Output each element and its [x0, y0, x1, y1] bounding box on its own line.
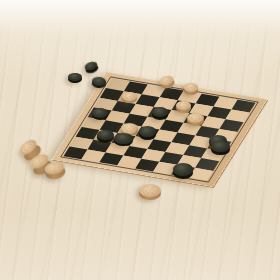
checker-piece-dark[interactable]	[211, 141, 230, 155]
checker-piece-dark[interactable]	[139, 126, 157, 139]
checker-piece-dark[interactable]	[92, 108, 108, 120]
checker-piece-dark[interactable]	[68, 73, 82, 84]
checker-piece-light[interactable]	[43, 160, 66, 180]
squares-grid	[64, 78, 256, 180]
checker-piece-dark[interactable]	[173, 163, 193, 178]
window-light-haze	[0, 0, 280, 80]
playing-area	[64, 78, 256, 180]
checker-piece-dark[interactable]	[84, 61, 100, 76]
checker-piece-light[interactable]	[122, 92, 137, 104]
table-highlight	[0, 210, 280, 280]
checker-piece-dark[interactable]	[152, 107, 168, 119]
checkers-board[interactable]	[52, 72, 268, 187]
checker-piece-light[interactable]	[184, 83, 199, 94]
checker-piece-light[interactable]	[187, 113, 204, 126]
checker-piece-dark[interactable]	[91, 76, 106, 88]
checker-piece-light[interactable]	[176, 101, 192, 113]
checker-piece-dark[interactable]	[114, 133, 132, 147]
table-surface	[0, 0, 280, 280]
checker-piece-dark[interactable]	[97, 130, 115, 144]
checker-piece-light[interactable]	[139, 184, 161, 201]
